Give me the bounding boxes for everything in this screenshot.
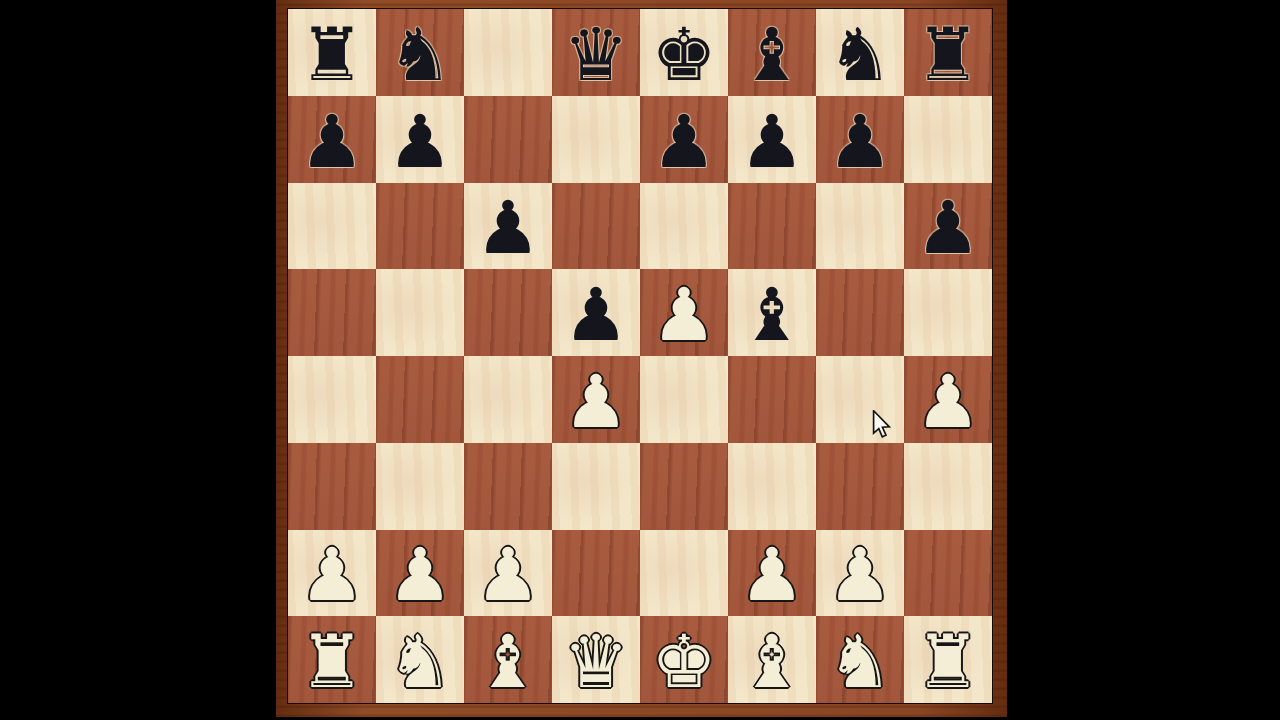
square-c1[interactable]: ♝: [464, 616, 552, 703]
piece-black-pawn[interactable]: ♟: [739, 105, 804, 178]
piece-black-pawn[interactable]: ♟: [651, 105, 716, 178]
piece-black-pawn[interactable]: ♟: [475, 191, 540, 264]
square-c5[interactable]: [464, 269, 552, 356]
board-frame: ♜♞♛♚♝♞♜♟♟♟♟♟♟♟♟♟♝♟♟♟♟♟♟♟♜♞♝♛♚♝♞♜: [276, 0, 1007, 717]
piece-black-knight[interactable]: ♞: [387, 18, 452, 91]
square-g3[interactable]: [816, 443, 904, 530]
square-g7[interactable]: ♟: [816, 96, 904, 183]
square-f8[interactable]: ♝: [728, 9, 816, 96]
page-background: ♜♞♛♚♝♞♜♟♟♟♟♟♟♟♟♟♝♟♟♟♟♟♟♟♜♞♝♛♚♝♞♜: [0, 0, 1280, 720]
piece-white-pawn[interactable]: ♟: [299, 538, 364, 611]
square-b4[interactable]: [376, 356, 464, 443]
square-h6[interactable]: ♟: [904, 183, 992, 270]
square-h1[interactable]: ♜: [904, 616, 992, 703]
square-h8[interactable]: ♜: [904, 9, 992, 96]
piece-black-knight[interactable]: ♞: [827, 18, 892, 91]
square-b2[interactable]: ♟: [376, 530, 464, 617]
square-a6[interactable]: [288, 183, 376, 270]
piece-black-king[interactable]: ♚: [651, 18, 716, 91]
square-f6[interactable]: [728, 183, 816, 270]
piece-white-queen[interactable]: ♛: [563, 625, 628, 698]
square-b1[interactable]: ♞: [376, 616, 464, 703]
square-a5[interactable]: [288, 269, 376, 356]
square-h4[interactable]: ♟: [904, 356, 992, 443]
piece-white-pawn[interactable]: ♟: [475, 538, 540, 611]
square-g5[interactable]: [816, 269, 904, 356]
piece-white-pawn[interactable]: ♟: [563, 365, 628, 438]
square-g2[interactable]: ♟: [816, 530, 904, 617]
square-d3[interactable]: [552, 443, 640, 530]
piece-black-bishop[interactable]: ♝: [739, 278, 804, 351]
square-b3[interactable]: [376, 443, 464, 530]
piece-black-rook[interactable]: ♜: [299, 18, 364, 91]
square-h2[interactable]: [904, 530, 992, 617]
piece-white-bishop[interactable]: ♝: [739, 625, 804, 698]
square-d7[interactable]: [552, 96, 640, 183]
square-f1[interactable]: ♝: [728, 616, 816, 703]
piece-white-rook[interactable]: ♜: [299, 625, 364, 698]
square-a1[interactable]: ♜: [288, 616, 376, 703]
square-b7[interactable]: ♟: [376, 96, 464, 183]
square-e1[interactable]: ♚: [640, 616, 728, 703]
square-f2[interactable]: ♟: [728, 530, 816, 617]
square-e3[interactable]: [640, 443, 728, 530]
piece-black-pawn[interactable]: ♟: [387, 105, 452, 178]
square-a8[interactable]: ♜: [288, 9, 376, 96]
square-a4[interactable]: [288, 356, 376, 443]
piece-black-pawn[interactable]: ♟: [915, 191, 980, 264]
piece-black-rook[interactable]: ♜: [915, 18, 980, 91]
square-d4[interactable]: ♟: [552, 356, 640, 443]
square-d6[interactable]: [552, 183, 640, 270]
piece-white-pawn[interactable]: ♟: [827, 538, 892, 611]
square-g6[interactable]: [816, 183, 904, 270]
square-f3[interactable]: [728, 443, 816, 530]
square-e8[interactable]: ♚: [640, 9, 728, 96]
piece-black-pawn[interactable]: ♟: [299, 105, 364, 178]
piece-white-bishop[interactable]: ♝: [475, 625, 540, 698]
square-c6[interactable]: ♟: [464, 183, 552, 270]
piece-black-queen[interactable]: ♛: [563, 18, 628, 91]
piece-white-pawn[interactable]: ♟: [915, 365, 980, 438]
square-g1[interactable]: ♞: [816, 616, 904, 703]
square-b8[interactable]: ♞: [376, 9, 464, 96]
piece-black-pawn[interactable]: ♟: [827, 105, 892, 178]
square-b5[interactable]: [376, 269, 464, 356]
square-c3[interactable]: [464, 443, 552, 530]
square-d5[interactable]: ♟: [552, 269, 640, 356]
square-e4[interactable]: [640, 356, 728, 443]
square-h5[interactable]: [904, 269, 992, 356]
piece-white-rook[interactable]: ♜: [915, 625, 980, 698]
square-e2[interactable]: [640, 530, 728, 617]
piece-black-pawn[interactable]: ♟: [563, 278, 628, 351]
square-e6[interactable]: [640, 183, 728, 270]
square-h7[interactable]: [904, 96, 992, 183]
square-b6[interactable]: [376, 183, 464, 270]
square-f7[interactable]: ♟: [728, 96, 816, 183]
square-d1[interactable]: ♛: [552, 616, 640, 703]
square-f4[interactable]: [728, 356, 816, 443]
square-c7[interactable]: [464, 96, 552, 183]
square-d8[interactable]: ♛: [552, 9, 640, 96]
piece-white-pawn[interactable]: ♟: [651, 278, 716, 351]
square-d2[interactable]: [552, 530, 640, 617]
square-g4[interactable]: [816, 356, 904, 443]
piece-white-knight[interactable]: ♞: [387, 625, 452, 698]
piece-white-pawn[interactable]: ♟: [739, 538, 804, 611]
square-c8[interactable]: [464, 9, 552, 96]
square-a3[interactable]: [288, 443, 376, 530]
square-e5[interactable]: ♟: [640, 269, 728, 356]
piece-black-bishop[interactable]: ♝: [739, 18, 804, 91]
square-f5[interactable]: ♝: [728, 269, 816, 356]
square-a7[interactable]: ♟: [288, 96, 376, 183]
square-c4[interactable]: [464, 356, 552, 443]
square-a2[interactable]: ♟: [288, 530, 376, 617]
chess-board: ♜♞♛♚♝♞♜♟♟♟♟♟♟♟♟♟♝♟♟♟♟♟♟♟♜♞♝♛♚♝♞♜: [287, 8, 993, 704]
piece-white-pawn[interactable]: ♟: [387, 538, 452, 611]
square-g8[interactable]: ♞: [816, 9, 904, 96]
piece-white-knight[interactable]: ♞: [827, 625, 892, 698]
square-h3[interactable]: [904, 443, 992, 530]
piece-white-king[interactable]: ♚: [651, 625, 716, 698]
square-e7[interactable]: ♟: [640, 96, 728, 183]
square-c2[interactable]: ♟: [464, 530, 552, 617]
